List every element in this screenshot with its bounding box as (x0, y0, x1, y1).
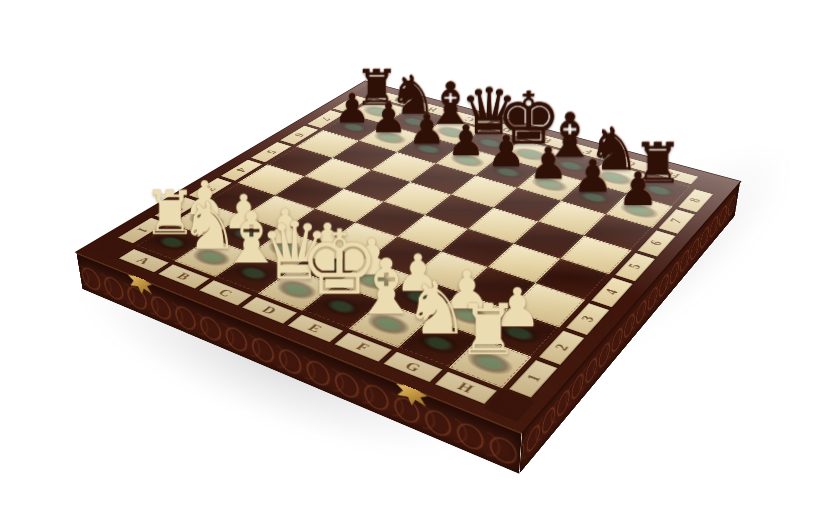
chessboard: ABCDEFGH8♜♞♝♛♚♝♞♜87♟♟♟♟♟♟♟♟7665544332♟♟♟… (76, 81, 740, 432)
piece-dark-pawn-c7[interactable]: ♟ (408, 108, 445, 150)
rank-label: 7 (319, 116, 333, 121)
rank-label: 4 (603, 287, 622, 296)
rank-label: 5 (264, 149, 279, 155)
piece-dark-pawn-f7[interactable]: ♟ (529, 142, 569, 186)
rank-label: 5 (626, 263, 644, 271)
file-label: F (353, 341, 372, 353)
file-label: H (455, 380, 477, 395)
file-label: G (402, 360, 424, 374)
product-photo: { "game": "chess", "scene_description": … (0, 0, 822, 515)
file-label: C (215, 287, 235, 298)
file-label: B (174, 271, 193, 282)
piece-dark-pawn-h7[interactable]: ♟ (617, 166, 658, 212)
rank-label: 6 (292, 132, 307, 138)
rank-label: 8 (688, 197, 705, 204)
rank-label: 7 (668, 218, 685, 225)
rank-label: 4 (234, 167, 249, 173)
file-label: E (305, 322, 325, 334)
piece-dark-pawn-b7[interactable]: ♟ (370, 98, 407, 139)
piece-dark-pawn-a7[interactable]: ♟ (334, 88, 370, 128)
piece-light-rook-h1[interactable]: ♜ (457, 294, 520, 364)
piece-dark-pawn-g7[interactable]: ♟ (572, 154, 612, 199)
rank-label: 6 (648, 239, 666, 247)
rank-label: 2 (552, 342, 572, 352)
piece-dark-pawn-e7[interactable]: ♟ (487, 130, 526, 173)
file-label: A (134, 255, 154, 265)
board-grid: ABCDEFGH8♜♞♝♛♚♝♞♜87♟♟♟♟♟♟♟♟7665544332♟♟♟… (90, 85, 729, 422)
rank-label: 1 (523, 373, 544, 384)
board-face: ABCDEFGH8♜♞♝♛♚♝♞♜87♟♟♟♟♟♟♟♟7665544332♟♟♟… (76, 81, 740, 432)
piece-dark-pawn-d7[interactable]: ♟ (447, 119, 485, 161)
photo-scene: ABCDEFGH8♜♞♝♛♚♝♞♜87♟♟♟♟♟♟♟♟7665544332♟♟♟… (0, 0, 822, 515)
file-label: D (259, 304, 279, 316)
rank-label: 3 (578, 314, 597, 324)
